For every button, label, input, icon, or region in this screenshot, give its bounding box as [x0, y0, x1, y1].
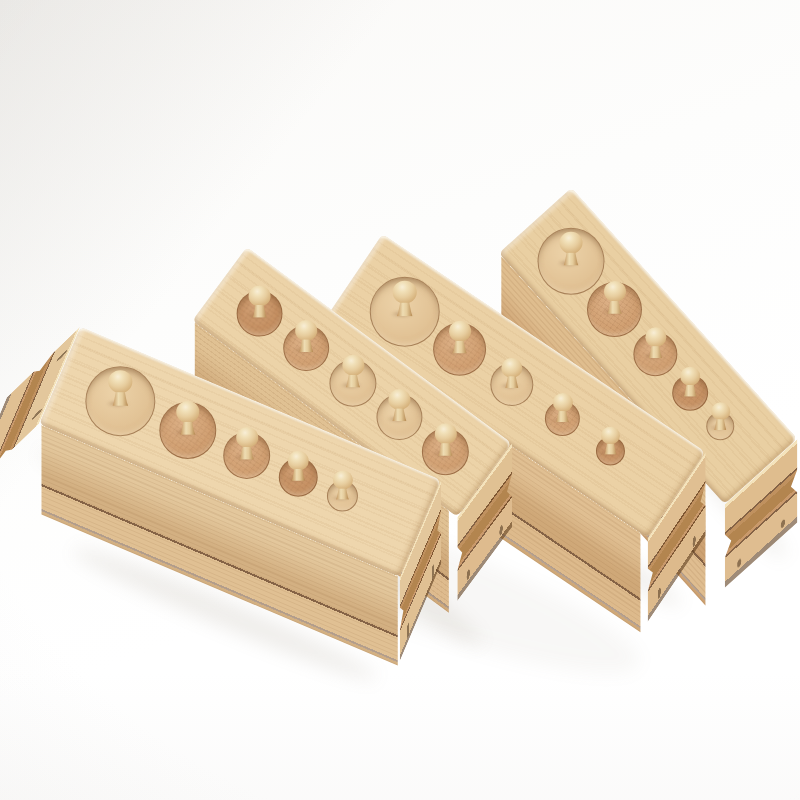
cylinder-block-3-cylinder-5 — [596, 436, 625, 465]
knob-ball — [501, 357, 522, 377]
cylinder-block-2-cylinder-5 — [422, 427, 469, 474]
cylinder-block-1-cylinder-2 — [159, 401, 216, 458]
cylinder-knob — [680, 367, 700, 397]
knob-ball — [711, 402, 730, 420]
cylinder-block-3-cylinder-2 — [433, 322, 486, 375]
cylinder-block-3-cylinder-3 — [490, 362, 533, 405]
cylinder-block-2-cylinder-1 — [237, 291, 283, 337]
knob-ball — [434, 423, 456, 444]
knob-ball — [287, 450, 308, 470]
knob-stem — [505, 376, 519, 388]
cylinder-block-1-cylinder-3 — [223, 431, 270, 478]
cylinder-block-4-cylinder-4 — [672, 375, 708, 411]
cylinder-block-4-cylinder-5 — [706, 412, 734, 440]
cylinder-knob — [342, 354, 364, 387]
cylinder-knob — [249, 285, 271, 318]
knob-stem — [714, 419, 727, 430]
knob-stem — [452, 340, 467, 353]
knob-ball — [235, 427, 257, 448]
cylinder-knob — [552, 392, 572, 422]
knob-stem — [291, 468, 305, 480]
cylinder-knob — [332, 470, 352, 500]
knob-stem — [397, 302, 413, 316]
cylinder-block-4-cylinder-2 — [587, 281, 642, 336]
knob-ball — [295, 320, 317, 341]
cylinder-block-2-cylinder-4 — [376, 394, 422, 440]
cylinder-knob — [295, 320, 317, 353]
knob-stem — [346, 374, 361, 387]
knob-ball — [332, 470, 352, 489]
knob-stem — [604, 443, 617, 454]
cylinder-knob — [560, 231, 583, 266]
knob-ball — [680, 367, 700, 386]
cylinder-knob — [448, 320, 470, 353]
knob-stem — [648, 346, 662, 358]
knob-ball — [388, 389, 410, 410]
knob-stem — [252, 305, 267, 318]
cylinder-knob — [601, 426, 620, 455]
cylinder-knob — [388, 389, 410, 422]
cylinder-block-1-cylinder-1 — [85, 366, 155, 436]
cylinder-knob — [393, 281, 417, 317]
knob-ball — [249, 285, 271, 306]
knob-stem — [336, 488, 349, 500]
knob-ball — [601, 426, 620, 444]
knob-stem — [607, 300, 622, 313]
cylinder-block-2-cylinder-3 — [329, 359, 376, 406]
cylinder-knob — [711, 402, 730, 431]
knob-ball — [342, 354, 364, 375]
cylinder-knob — [287, 450, 308, 482]
knob-ball — [560, 231, 583, 253]
knob-ball — [552, 392, 572, 411]
cylinder-block-2-cylinder-2 — [283, 325, 329, 371]
cylinder-knob — [176, 400, 199, 435]
knob-ball — [448, 320, 470, 341]
knob-ball — [176, 400, 199, 422]
knob-ball — [108, 370, 132, 393]
cylinder-block-1-cylinder-5 — [327, 480, 358, 511]
cylinder-knob — [501, 357, 522, 389]
knob-stem — [438, 442, 453, 455]
knob-stem — [112, 392, 128, 406]
knob-stem — [299, 340, 314, 353]
cylinder-knob — [434, 423, 456, 456]
knob-stem — [563, 252, 578, 265]
knob-ball — [393, 281, 417, 304]
cylinder-block-4-cylinder-3 — [633, 332, 677, 376]
product-photo — [0, 0, 800, 800]
knob-ball — [604, 281, 626, 302]
knob-stem — [239, 446, 254, 459]
cylinder-block-1-cylinder-4 — [278, 457, 317, 496]
knob-stem — [180, 421, 195, 434]
cylinder-knob — [235, 427, 257, 460]
knob-ball — [645, 327, 666, 347]
cylinder-block-3-cylinder-1 — [370, 277, 440, 347]
cylinder-knob — [645, 327, 666, 359]
cylinder-block-3-cylinder-4 — [545, 400, 580, 435]
cylinder-knob — [604, 281, 626, 314]
cylinder-knob — [108, 370, 132, 406]
knob-stem — [392, 409, 407, 422]
knob-stem — [556, 410, 569, 422]
knob-stem — [684, 385, 697, 397]
